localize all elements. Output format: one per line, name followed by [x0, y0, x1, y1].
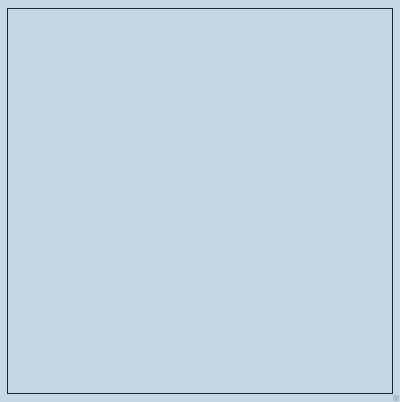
- chess-app: [0, 0, 400, 402]
- board-frame: [7, 8, 393, 394]
- chess-board: [8, 9, 392, 393]
- rank-labels: [0, 9, 7, 393]
- file-labels: [8, 393, 392, 402]
- resize-handle-dot: [393, 395, 399, 401]
